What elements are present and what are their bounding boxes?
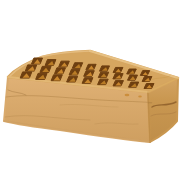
perforation-hole [98, 79, 109, 84]
brick-illustration [0, 0, 180, 180]
brick-product-photo [0, 0, 180, 180]
perforation-hole [59, 61, 70, 67]
perforation-hole [144, 84, 154, 89]
perforation-hole [100, 66, 110, 71]
perforation-hole [51, 75, 62, 81]
perforation-hole [84, 71, 95, 77]
perforation-hole [32, 58, 43, 64]
perforation-hole [129, 82, 139, 87]
perforation-hole [45, 60, 56, 66]
perforation-hole [67, 76, 78, 82]
perforation-hole [55, 68, 66, 74]
perforation-hole [98, 72, 108, 77]
perforation-hole [36, 73, 47, 79]
perforation-hole [86, 64, 96, 69]
perforation-hole [25, 65, 36, 71]
perforation-hole [128, 75, 138, 80]
perforation-hole [113, 81, 123, 86]
perforation-hole [72, 63, 82, 69]
perforation-hole [40, 66, 51, 72]
perforation-hole [20, 72, 32, 78]
perforation-hole [113, 74, 123, 79]
perforation-hole [82, 78, 93, 84]
perforation-hole [69, 69, 80, 75]
